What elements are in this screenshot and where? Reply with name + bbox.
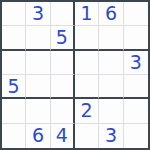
- cell-r3c2[interactable]: [26, 51, 50, 75]
- cell-r4c2[interactable]: [26, 75, 50, 99]
- cell-r2c3[interactable]: 5: [51, 26, 75, 50]
- cell-r6c2[interactable]: 6: [26, 124, 50, 148]
- cell-r3c5[interactable]: [99, 51, 123, 75]
- cell-r3c1[interactable]: [2, 51, 26, 75]
- cell-r5c1[interactable]: [2, 99, 26, 123]
- sudoku-board: 3165352643: [0, 0, 150, 150]
- cell-r1c3[interactable]: [51, 2, 75, 26]
- cell-r1c1[interactable]: [2, 2, 26, 26]
- cell-r4c3[interactable]: [51, 75, 75, 99]
- cell-r6c3[interactable]: 4: [51, 124, 75, 148]
- cell-r5c3[interactable]: [51, 99, 75, 123]
- cell-r2c6[interactable]: [124, 26, 148, 50]
- cell-r2c4[interactable]: [75, 26, 99, 50]
- cell-r5c6[interactable]: [124, 99, 148, 123]
- cell-r2c2[interactable]: [26, 26, 50, 50]
- cell-r2c5[interactable]: [99, 26, 123, 50]
- cell-r3c3[interactable]: [51, 51, 75, 75]
- cell-r1c4[interactable]: 1: [75, 2, 99, 26]
- cell-r4c1[interactable]: 5: [2, 75, 26, 99]
- cell-r6c1[interactable]: [2, 124, 26, 148]
- cell-r1c5[interactable]: 6: [99, 2, 123, 26]
- cell-r5c2[interactable]: [26, 99, 50, 123]
- cell-r3c6[interactable]: 3: [124, 51, 148, 75]
- cell-r3c4[interactable]: [75, 51, 99, 75]
- cell-r6c4[interactable]: [75, 124, 99, 148]
- cell-r5c5[interactable]: [99, 99, 123, 123]
- cell-r4c6[interactable]: [124, 75, 148, 99]
- cell-r6c6[interactable]: [124, 124, 148, 148]
- cell-r1c6[interactable]: [124, 2, 148, 26]
- cell-r4c5[interactable]: [99, 75, 123, 99]
- cell-r4c4[interactable]: [75, 75, 99, 99]
- cell-r2c1[interactable]: [2, 26, 26, 50]
- cell-r1c2[interactable]: 3: [26, 2, 50, 26]
- cell-r5c4[interactable]: 2: [75, 99, 99, 123]
- cell-r6c5[interactable]: 3: [99, 124, 123, 148]
